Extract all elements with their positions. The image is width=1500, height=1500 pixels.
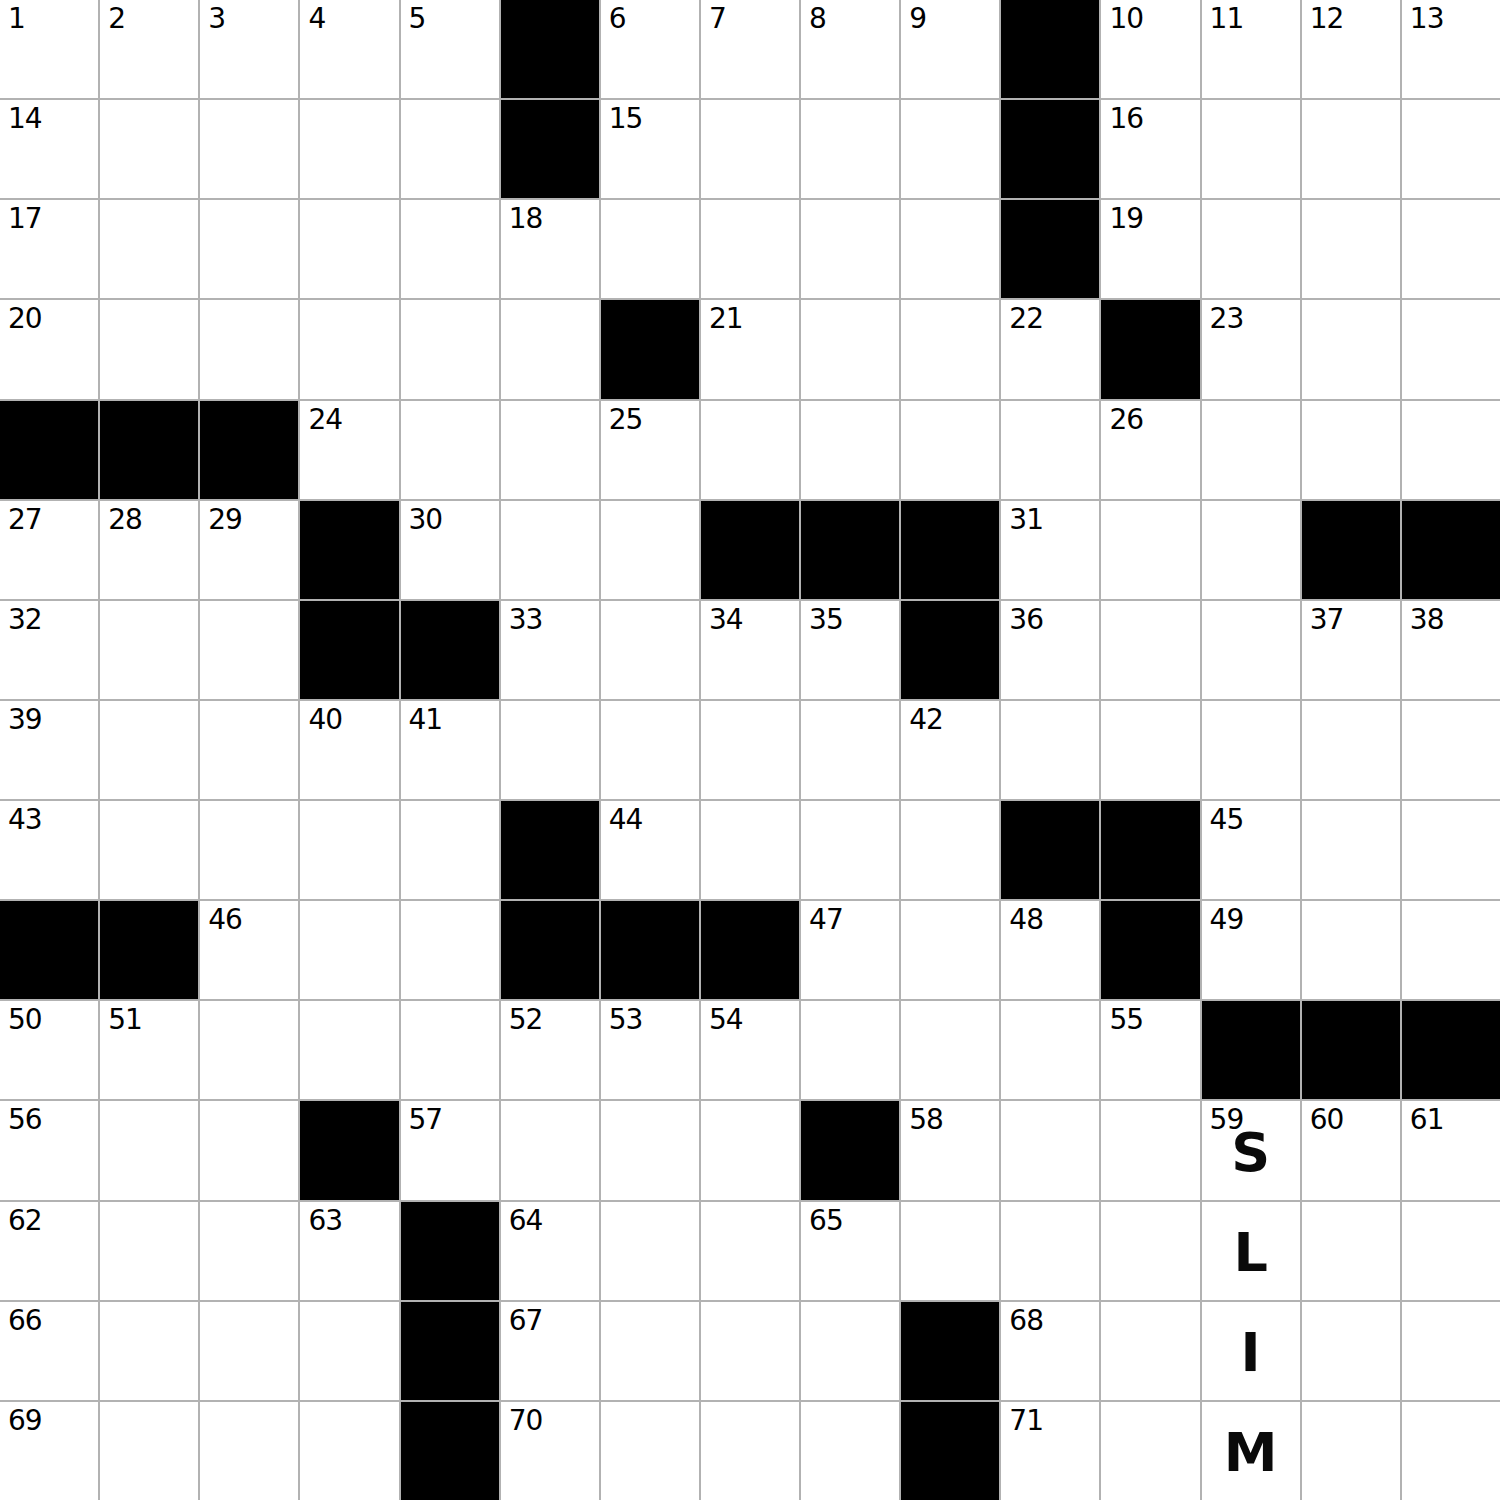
white-cell[interactable]: 11 — [1202, 0, 1300, 98]
white-cell[interactable] — [1001, 701, 1099, 799]
white-cell[interactable] — [1101, 1302, 1199, 1400]
white-cell[interactable]: 5 — [401, 0, 499, 98]
white-cell[interactable] — [1101, 1202, 1199, 1300]
clue-number: 27 — [8, 505, 42, 536]
white-cell[interactable] — [801, 801, 899, 899]
clue-number: 65 — [809, 1206, 843, 1237]
white-cell[interactable]: 45 — [1202, 801, 1300, 899]
white-cell[interactable] — [1402, 1402, 1500, 1500]
clue-number: 26 — [1109, 405, 1143, 436]
white-cell[interactable] — [601, 701, 699, 799]
clue-number: 57 — [409, 1105, 443, 1136]
black-square — [501, 0, 599, 98]
white-cell[interactable]: 37 — [1302, 601, 1400, 699]
white-cell[interactable]: 63 — [300, 1202, 398, 1300]
white-cell[interactable]: 21 — [701, 300, 799, 398]
white-cell[interactable] — [1001, 1101, 1099, 1199]
white-cell[interactable] — [1202, 100, 1300, 198]
black-square — [100, 901, 198, 999]
black-square — [501, 901, 599, 999]
white-cell[interactable]: 24 — [300, 401, 398, 499]
clue-number: 50 — [8, 1005, 42, 1036]
white-cell[interactable] — [200, 1302, 298, 1400]
white-cell[interactable] — [1302, 100, 1400, 198]
white-cell[interactable]: 42 — [901, 701, 999, 799]
black-square — [901, 501, 999, 599]
white-cell[interactable]: 35 — [801, 601, 899, 699]
white-cell[interactable] — [100, 200, 198, 298]
white-cell[interactable]: 6 — [601, 0, 699, 98]
fill-letter: I — [1241, 1321, 1261, 1384]
black-square — [1302, 1001, 1400, 1099]
white-cell[interactable]: 34 — [701, 601, 799, 699]
clue-number: 36 — [1009, 605, 1043, 636]
white-cell[interactable] — [1302, 300, 1400, 398]
clue-number: 34 — [709, 605, 743, 636]
crossword-grid: 1234567891011121314151617181920212223242… — [0, 0, 1500, 1500]
black-square — [1101, 801, 1199, 899]
white-cell[interactable] — [1202, 601, 1300, 699]
clue-number: 63 — [308, 1206, 342, 1237]
white-cell[interactable] — [901, 1202, 999, 1300]
black-square — [401, 601, 499, 699]
white-cell[interactable]: 55 — [1101, 1001, 1199, 1099]
black-square — [1302, 501, 1400, 599]
white-cell[interactable]: 23 — [1202, 300, 1300, 398]
clue-number: 12 — [1310, 4, 1344, 35]
white-cell[interactable]: I — [1202, 1302, 1300, 1400]
black-square — [601, 300, 699, 398]
clue-number: 39 — [8, 705, 42, 736]
white-cell[interactable]: 38 — [1402, 601, 1500, 699]
white-cell[interactable]: 25 — [601, 401, 699, 499]
white-cell[interactable] — [401, 300, 499, 398]
white-cell[interactable] — [100, 300, 198, 398]
white-cell[interactable] — [1101, 501, 1199, 599]
black-square — [100, 401, 198, 499]
white-cell[interactable] — [701, 801, 799, 899]
clue-number: 64 — [509, 1206, 543, 1237]
white-cell[interactable]: 31 — [1001, 501, 1099, 599]
white-cell[interactable] — [801, 300, 899, 398]
white-cell[interactable] — [1302, 701, 1400, 799]
white-cell[interactable] — [200, 1202, 298, 1300]
white-cell[interactable] — [501, 1101, 599, 1199]
clue-number: 6 — [609, 4, 626, 35]
white-cell[interactable] — [601, 1101, 699, 1199]
clue-number: 47 — [809, 905, 843, 936]
white-cell[interactable]: 58 — [901, 1101, 999, 1199]
black-square — [200, 401, 298, 499]
clue-number: 46 — [208, 905, 242, 936]
white-cell[interactable] — [401, 401, 499, 499]
black-square — [300, 1101, 398, 1199]
clue-number: 30 — [409, 505, 443, 536]
black-square — [1101, 901, 1199, 999]
white-cell[interactable] — [1402, 100, 1500, 198]
white-cell[interactable]: 9 — [901, 0, 999, 98]
white-cell[interactable] — [100, 801, 198, 899]
white-cell[interactable] — [1302, 901, 1400, 999]
black-square — [1202, 1001, 1300, 1099]
white-cell[interactable] — [300, 801, 398, 899]
white-cell[interactable] — [1402, 1302, 1500, 1400]
white-cell[interactable] — [901, 100, 999, 198]
white-cell[interactable]: 20 — [0, 300, 98, 398]
clue-number: 18 — [509, 204, 543, 235]
white-cell[interactable] — [701, 1202, 799, 1300]
white-cell[interactable]: 50 — [0, 1001, 98, 1099]
black-square — [901, 1302, 999, 1400]
white-cell[interactable] — [1202, 501, 1300, 599]
white-cell[interactable] — [100, 1402, 198, 1500]
white-cell[interactable] — [1001, 1001, 1099, 1099]
black-square — [0, 901, 98, 999]
black-square — [601, 901, 699, 999]
white-cell[interactable]: 41 — [401, 701, 499, 799]
clue-number: 3 — [208, 4, 225, 35]
clue-number: 20 — [8, 304, 42, 335]
black-square — [401, 1302, 499, 1400]
black-square — [501, 801, 599, 899]
clue-number: 11 — [1210, 4, 1244, 35]
white-cell[interactable] — [401, 901, 499, 999]
black-square — [300, 501, 398, 599]
white-cell[interactable] — [401, 801, 499, 899]
clue-number: 48 — [1009, 905, 1043, 936]
clue-number: 68 — [1009, 1306, 1043, 1337]
white-cell[interactable] — [300, 300, 398, 398]
white-cell[interactable] — [401, 1001, 499, 1099]
clue-number: 49 — [1210, 905, 1244, 936]
clue-number: 69 — [8, 1406, 42, 1437]
clue-number: 71 — [1009, 1406, 1043, 1437]
white-cell[interactable] — [200, 1402, 298, 1500]
white-cell[interactable]: 46 — [200, 901, 298, 999]
clue-number: 37 — [1310, 605, 1344, 636]
white-cell[interactable] — [100, 1101, 198, 1199]
white-cell[interactable] — [601, 200, 699, 298]
white-cell[interactable] — [401, 100, 499, 198]
white-cell[interactable]: 3 — [200, 0, 298, 98]
white-cell[interactable] — [901, 300, 999, 398]
white-cell[interactable] — [100, 601, 198, 699]
fill-letter: M — [1224, 1421, 1278, 1484]
clue-number: 59 — [1210, 1105, 1244, 1136]
white-cell[interactable]: 36 — [1001, 601, 1099, 699]
white-cell[interactable] — [401, 200, 499, 298]
white-cell[interactable] — [1001, 401, 1099, 499]
white-cell[interactable]: 51 — [100, 1001, 198, 1099]
clue-number: 67 — [509, 1306, 543, 1337]
white-cell[interactable]: 10 — [1101, 0, 1199, 98]
white-cell[interactable]: 67 — [501, 1302, 599, 1400]
black-square — [1001, 0, 1099, 98]
white-cell[interactable] — [300, 1402, 398, 1500]
black-square — [401, 1202, 499, 1300]
clue-number: 45 — [1210, 805, 1244, 836]
white-cell[interactable]: 47 — [801, 901, 899, 999]
black-square — [1402, 501, 1500, 599]
white-cell[interactable] — [701, 200, 799, 298]
clue-number: 25 — [609, 405, 643, 436]
clue-number: 7 — [709, 4, 726, 35]
white-cell[interactable]: 32 — [0, 601, 98, 699]
white-cell[interactable]: 57 — [401, 1101, 499, 1199]
white-cell[interactable] — [1402, 701, 1500, 799]
clue-number: 17 — [8, 204, 42, 235]
white-cell[interactable] — [801, 100, 899, 198]
white-cell[interactable] — [300, 200, 398, 298]
clue-number: 10 — [1109, 4, 1143, 35]
white-cell[interactable] — [300, 1001, 398, 1099]
clue-number: 54 — [709, 1005, 743, 1036]
white-cell[interactable] — [1402, 300, 1500, 398]
white-cell[interactable]: 68 — [1001, 1302, 1099, 1400]
clue-number: 60 — [1310, 1105, 1344, 1136]
white-cell[interactable]: 12 — [1302, 0, 1400, 98]
black-square — [1001, 100, 1099, 198]
white-cell[interactable] — [1202, 401, 1300, 499]
black-square — [1001, 200, 1099, 298]
clue-number: 41 — [409, 705, 443, 736]
white-cell[interactable] — [200, 1001, 298, 1099]
white-cell[interactable]: 44 — [601, 801, 699, 899]
white-cell[interactable] — [801, 1402, 899, 1500]
white-cell[interactable]: 69 — [0, 1402, 98, 1500]
white-cell[interactable] — [1402, 801, 1500, 899]
white-cell[interactable] — [601, 1202, 699, 1300]
black-square — [701, 501, 799, 599]
clue-number: 21 — [709, 304, 743, 335]
white-cell[interactable]: 18 — [501, 200, 599, 298]
white-cell[interactable] — [1402, 901, 1500, 999]
fill-letter: L — [1233, 1221, 1267, 1284]
clue-number: 58 — [909, 1105, 943, 1136]
white-cell[interactable] — [300, 1302, 398, 1400]
white-cell[interactable] — [1101, 701, 1199, 799]
clue-number: 22 — [1009, 304, 1043, 335]
white-cell[interactable]: 2 — [100, 0, 198, 98]
white-cell[interactable]: 59S — [1202, 1101, 1300, 1199]
white-cell[interactable] — [701, 401, 799, 499]
white-cell[interactable] — [1001, 1202, 1099, 1300]
white-cell[interactable] — [1302, 401, 1400, 499]
clue-number: 62 — [8, 1206, 42, 1237]
white-cell[interactable] — [601, 601, 699, 699]
white-cell[interactable]: 29 — [200, 501, 298, 599]
black-square — [901, 1402, 999, 1500]
clue-number: 43 — [8, 805, 42, 836]
white-cell[interactable]: 43 — [0, 801, 98, 899]
white-cell[interactable]: 62 — [0, 1202, 98, 1300]
black-square — [300, 601, 398, 699]
white-cell[interactable] — [300, 100, 398, 198]
clue-number: 31 — [1009, 505, 1043, 536]
white-cell[interactable] — [801, 1001, 899, 1099]
clue-number: 32 — [8, 605, 42, 636]
white-cell[interactable]: 8 — [801, 0, 899, 98]
clue-number: 53 — [609, 1005, 643, 1036]
clue-number: 8 — [809, 4, 826, 35]
white-cell[interactable] — [1302, 1402, 1400, 1500]
white-cell[interactable] — [701, 100, 799, 198]
white-cell[interactable] — [1302, 1302, 1400, 1400]
clue-number: 52 — [509, 1005, 543, 1036]
white-cell[interactable] — [701, 1402, 799, 1500]
white-cell[interactable] — [801, 200, 899, 298]
white-cell[interactable]: 61 — [1402, 1101, 1500, 1199]
white-cell[interactable] — [1302, 801, 1400, 899]
clue-number: 29 — [208, 505, 242, 536]
white-cell[interactable] — [701, 701, 799, 799]
white-cell[interactable]: 71 — [1001, 1402, 1099, 1500]
white-cell[interactable] — [501, 501, 599, 599]
white-cell[interactable] — [501, 300, 599, 398]
white-cell[interactable]: 26 — [1101, 401, 1199, 499]
white-cell[interactable] — [1202, 200, 1300, 298]
black-square — [501, 100, 599, 198]
white-cell[interactable]: 53 — [601, 1001, 699, 1099]
black-square — [701, 901, 799, 999]
black-square — [801, 501, 899, 599]
white-cell[interactable]: L — [1202, 1202, 1300, 1300]
white-cell[interactable]: 28 — [100, 501, 198, 599]
white-cell[interactable] — [200, 801, 298, 899]
clue-number: 35 — [809, 605, 843, 636]
white-cell[interactable]: 49 — [1202, 901, 1300, 999]
clue-number: 40 — [308, 705, 342, 736]
white-cell[interactable] — [601, 501, 699, 599]
black-square — [1001, 801, 1099, 899]
white-cell[interactable]: 52 — [501, 1001, 599, 1099]
white-cell[interactable] — [801, 1302, 899, 1400]
white-cell[interactable]: 65 — [801, 1202, 899, 1300]
white-cell[interactable] — [200, 300, 298, 398]
white-cell[interactable] — [100, 1302, 198, 1400]
white-cell[interactable] — [200, 200, 298, 298]
clue-number: 14 — [8, 104, 42, 135]
white-cell[interactable]: 22 — [1001, 300, 1099, 398]
white-cell[interactable] — [601, 1402, 699, 1500]
white-cell[interactable]: 66 — [0, 1302, 98, 1400]
white-cell[interactable] — [1101, 1101, 1199, 1199]
white-cell[interactable] — [601, 1302, 699, 1400]
white-cell[interactable]: 40 — [300, 701, 398, 799]
white-cell[interactable] — [200, 100, 298, 198]
clue-number: 13 — [1410, 4, 1444, 35]
white-cell[interactable] — [200, 701, 298, 799]
clue-number: 5 — [409, 4, 426, 35]
clue-number: 1 — [8, 4, 25, 35]
clue-number: 66 — [8, 1306, 42, 1337]
white-cell[interactable]: 15 — [601, 100, 699, 198]
clue-number: 51 — [108, 1005, 142, 1036]
white-cell[interactable] — [501, 701, 599, 799]
clue-number: 16 — [1109, 104, 1143, 135]
white-cell[interactable] — [801, 401, 899, 499]
white-cell[interactable] — [1402, 200, 1500, 298]
white-cell[interactable]: 1 — [0, 0, 98, 98]
black-square — [0, 401, 98, 499]
black-square — [901, 601, 999, 699]
white-cell[interactable]: 4 — [300, 0, 398, 98]
clue-number: 2 — [108, 4, 125, 35]
white-cell[interactable] — [100, 701, 198, 799]
white-cell[interactable]: 60 — [1302, 1101, 1400, 1199]
white-cell[interactable] — [100, 1202, 198, 1300]
clue-number: 9 — [909, 4, 926, 35]
white-cell[interactable] — [1302, 1202, 1400, 1300]
white-cell[interactable]: 13 — [1402, 0, 1500, 98]
white-cell[interactable] — [1402, 1202, 1500, 1300]
white-cell[interactable]: 14 — [0, 100, 98, 198]
clue-number: 19 — [1109, 204, 1143, 235]
white-cell[interactable] — [1101, 1402, 1199, 1500]
white-cell[interactable] — [200, 1101, 298, 1199]
white-cell[interactable] — [901, 200, 999, 298]
white-cell[interactable] — [701, 1302, 799, 1400]
white-cell[interactable]: 17 — [0, 200, 98, 298]
white-cell[interactable]: 30 — [401, 501, 499, 599]
clue-number: 23 — [1210, 304, 1244, 335]
white-cell[interactable]: 39 — [0, 701, 98, 799]
white-cell[interactable]: 7 — [701, 0, 799, 98]
clue-number: 24 — [308, 405, 342, 436]
clue-number: 55 — [1109, 1005, 1143, 1036]
clue-number: 44 — [609, 805, 643, 836]
white-cell[interactable] — [901, 1001, 999, 1099]
clue-number: 70 — [509, 1406, 543, 1437]
white-cell[interactable]: 64 — [501, 1202, 599, 1300]
black-square — [801, 1101, 899, 1199]
clue-number: 15 — [609, 104, 643, 135]
clue-number: 56 — [8, 1105, 42, 1136]
clue-number: 61 — [1410, 1105, 1444, 1136]
clue-number: 33 — [509, 605, 543, 636]
white-cell[interactable] — [200, 601, 298, 699]
black-square — [1402, 1001, 1500, 1099]
clue-number: 42 — [909, 705, 943, 736]
white-cell[interactable]: 70 — [501, 1402, 599, 1500]
white-cell[interactable] — [1202, 701, 1300, 799]
white-cell[interactable] — [501, 401, 599, 499]
black-square — [401, 1402, 499, 1500]
white-cell[interactable] — [1402, 401, 1500, 499]
white-cell[interactable]: 48 — [1001, 901, 1099, 999]
white-cell[interactable]: 33 — [501, 601, 599, 699]
clue-number: 4 — [308, 4, 325, 35]
white-cell[interactable] — [801, 701, 899, 799]
white-cell[interactable]: M — [1202, 1402, 1300, 1500]
white-cell[interactable] — [1101, 601, 1199, 699]
white-cell[interactable] — [901, 901, 999, 999]
white-cell[interactable]: 54 — [701, 1001, 799, 1099]
white-cell[interactable] — [300, 901, 398, 999]
clue-number: 28 — [108, 505, 142, 536]
white-cell[interactable] — [701, 1101, 799, 1199]
white-cell[interactable] — [100, 100, 198, 198]
white-cell[interactable] — [901, 401, 999, 499]
white-cell[interactable]: 56 — [0, 1101, 98, 1199]
black-square — [1101, 300, 1199, 398]
white-cell[interactable]: 16 — [1101, 100, 1199, 198]
white-cell[interactable] — [901, 801, 999, 899]
white-cell[interactable] — [1302, 200, 1400, 298]
white-cell[interactable]: 27 — [0, 501, 98, 599]
white-cell[interactable]: 19 — [1101, 200, 1199, 298]
clue-number: 38 — [1410, 605, 1444, 636]
